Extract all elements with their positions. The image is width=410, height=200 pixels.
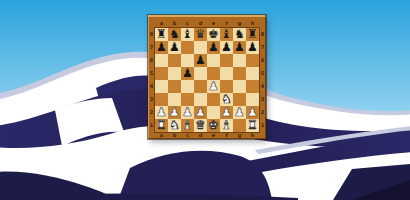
file-label-bottom-d: d [194, 132, 207, 138]
white-queen-d1: ♛ [194, 119, 207, 132]
black-pawn-b7: ♟ [168, 41, 181, 54]
square-h7[interactable]: ♟ [246, 41, 259, 54]
file-label-top-b: b [168, 20, 181, 26]
square-g7[interactable]: ♟ [233, 41, 246, 54]
rank-label-left-2: 2 [148, 106, 155, 119]
file-label-bottom-c: c [181, 132, 194, 138]
file-label-top-d: d [194, 20, 207, 26]
square-e4[interactable]: ♟ [207, 80, 220, 93]
rank-label-right-5: 5 [259, 67, 266, 80]
square-a4[interactable] [155, 80, 168, 93]
file-label-top-h: h [246, 20, 259, 26]
square-h4[interactable] [246, 80, 259, 93]
square-a7[interactable]: ♟ [155, 41, 168, 54]
file-label-top-g: g [233, 20, 246, 26]
file-label-top-e: e [207, 20, 220, 26]
square-f1[interactable]: ♝ [220, 119, 233, 132]
square-g2[interactable]: ♟ [233, 106, 246, 119]
square-f7[interactable]: ♟ [220, 41, 233, 54]
rank-label-right-2: 2 [259, 106, 266, 119]
square-c7[interactable] [181, 41, 194, 54]
square-h6[interactable] [246, 54, 259, 67]
rank-label-right-8: 8 [259, 28, 266, 41]
white-king-e1: ♚ [207, 119, 220, 132]
white-pawn-e4: ♟ [207, 80, 220, 93]
file-label-top-a: a [155, 20, 168, 26]
square-e1[interactable]: ♚ [207, 119, 220, 132]
square-h5[interactable] [246, 67, 259, 80]
square-c1[interactable]: ♝ [181, 119, 194, 132]
square-a1[interactable]: ♜ [155, 119, 168, 132]
square-a5[interactable] [155, 67, 168, 80]
file-label-bottom-e: e [207, 132, 220, 138]
square-f6[interactable] [220, 54, 233, 67]
board-grid: ♜♞♝♛♚♝♞♜♟♟♟♟♟♟♟♟♟♞♟♟♟♟♟♟♟♜♞♝♛♚♝♜ [155, 28, 259, 132]
file-label-bottom-g: g [233, 132, 246, 138]
rank-label-left-1: 1 [148, 119, 155, 132]
square-h1[interactable]: ♜ [246, 119, 259, 132]
white-rook-h1: ♜ [246, 119, 259, 132]
file-label-bottom-a: a [155, 132, 168, 138]
square-d6[interactable]: ♟ [194, 54, 207, 67]
white-bishop-f1: ♝ [220, 119, 233, 132]
black-queen-d8: ♛ [194, 28, 207, 41]
black-pawn-g7: ♟ [233, 41, 246, 54]
square-b1[interactable]: ♞ [168, 119, 181, 132]
black-pawn-d6: ♟ [194, 54, 207, 67]
black-pawn-f7: ♟ [220, 41, 233, 54]
square-e6[interactable] [207, 54, 220, 67]
white-bishop-c1: ♝ [181, 119, 194, 132]
rank-label-left-8: 8 [148, 28, 155, 41]
file-label-bottom-b: b [168, 132, 181, 138]
black-pawn-a7: ♟ [155, 41, 168, 54]
rank-label-right-3: 3 [259, 93, 266, 106]
file-label-bottom-h: h [246, 132, 259, 138]
file-label-top-f: f [220, 20, 233, 26]
rank-label-right-6: 6 [259, 54, 266, 67]
square-g5[interactable] [233, 67, 246, 80]
white-pawn-g2: ♟ [233, 106, 246, 119]
square-b4[interactable] [168, 80, 181, 93]
square-d5[interactable] [194, 67, 207, 80]
square-c8[interactable]: ♝ [181, 28, 194, 41]
file-label-top-c: c [181, 20, 194, 26]
rank-label-left-4: 4 [148, 80, 155, 93]
black-pawn-c5: ♟ [181, 67, 194, 80]
rank-label-left-7: 7 [148, 41, 155, 54]
square-c4[interactable] [181, 80, 194, 93]
square-g6[interactable] [233, 54, 246, 67]
square-e7[interactable]: ♟ [207, 41, 220, 54]
black-pawn-e7: ♟ [207, 41, 220, 54]
square-d4[interactable] [194, 80, 207, 93]
black-pawn-h7: ♟ [246, 41, 259, 54]
square-d1[interactable]: ♛ [194, 119, 207, 132]
square-g1[interactable] [233, 119, 246, 132]
black-bishop-c8: ♝ [181, 28, 194, 41]
rank-label-left-3: 3 [148, 93, 155, 106]
rank-label-right-7: 7 [259, 41, 266, 54]
square-f5[interactable] [220, 67, 233, 80]
white-knight-b1: ♞ [168, 119, 181, 132]
square-b7[interactable]: ♟ [168, 41, 181, 54]
square-e3[interactable] [207, 93, 220, 106]
square-c5[interactable]: ♟ [181, 67, 194, 80]
rank-label-left-6: 6 [148, 54, 155, 67]
white-rook-a1: ♜ [155, 119, 168, 132]
square-b5[interactable] [168, 67, 181, 80]
rank-label-right-4: 4 [259, 80, 266, 93]
square-b6[interactable] [168, 54, 181, 67]
square-d8[interactable]: ♛ [194, 28, 207, 41]
screenshot-root: ♜♞♝♛♚♝♞♜♟♟♟♟♟♟♟♟♟♞♟♟♟♟♟♟♟♜♞♝♛♚♝♜ aabbccd… [0, 0, 410, 200]
rank-label-left-5: 5 [148, 67, 155, 80]
file-label-bottom-f: f [220, 132, 233, 138]
chess-board: ♜♞♝♛♚♝♞♜♟♟♟♟♟♟♟♟♟♞♟♟♟♟♟♟♟♜♞♝♛♚♝♜ aabbccd… [148, 15, 266, 139]
square-a6[interactable] [155, 54, 168, 67]
rank-label-right-1: 1 [259, 119, 266, 132]
square-g4[interactable] [233, 80, 246, 93]
